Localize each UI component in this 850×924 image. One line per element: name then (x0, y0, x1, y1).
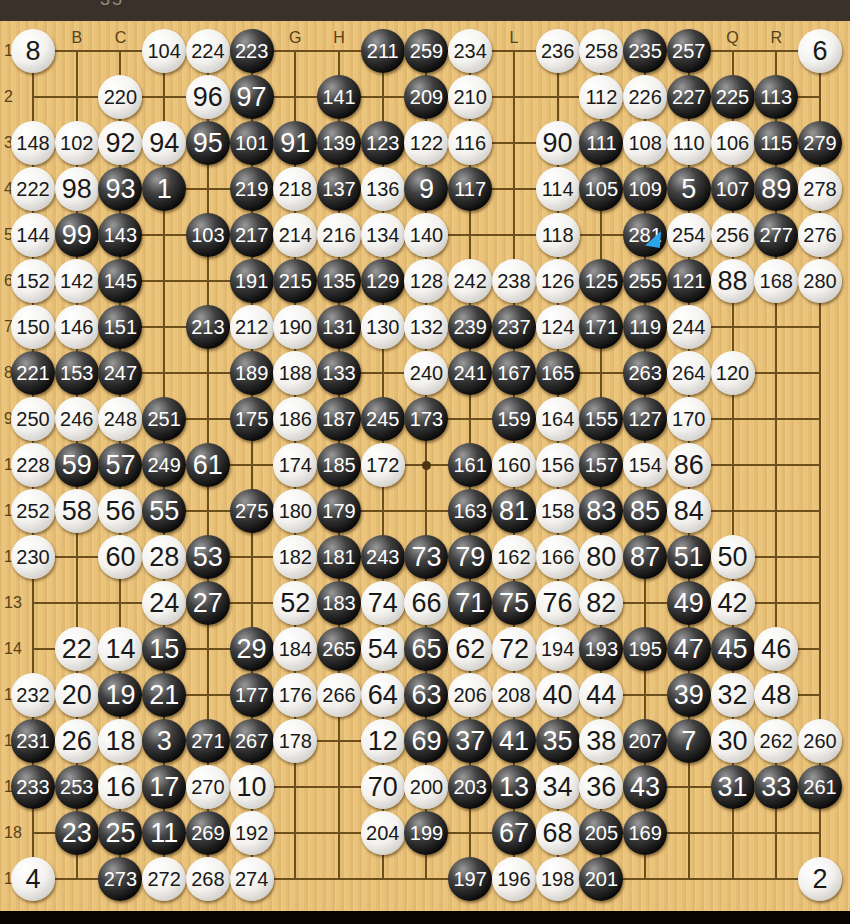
stone-black-153[interactable]: 153 (55, 351, 99, 395)
stone-white-268[interactable]: 268 (186, 857, 230, 901)
stone-white-270[interactable]: 270 (186, 765, 230, 809)
stone-black-55[interactable]: 55 (142, 489, 186, 533)
move-number: 18 (105, 728, 135, 755)
stone-black-237[interactable]: 237 (492, 305, 536, 349)
stone-black-81[interactable]: 81 (492, 489, 536, 533)
stone-white-206[interactable]: 206 (448, 673, 492, 717)
stone-white-16[interactable]: 16 (98, 765, 142, 809)
stone-black-279[interactable]: 279 (798, 121, 842, 165)
stone-black-31[interactable]: 31 (711, 765, 755, 809)
move-number: 4 (25, 866, 40, 893)
stone-black-139[interactable]: 139 (317, 121, 361, 165)
stone-black-255[interactable]: 255 (623, 259, 667, 303)
stone-black-57[interactable]: 57 (98, 443, 142, 487)
stone-white-184[interactable]: 184 (273, 627, 317, 671)
stone-white-88[interactable]: 88 (711, 259, 755, 303)
stone-black-177[interactable]: 177 (230, 673, 274, 717)
stone-white-150[interactable]: 150 (11, 305, 55, 349)
stone-black-253[interactable]: 253 (55, 765, 99, 809)
stone-black-185[interactable]: 185 (317, 443, 361, 487)
stone-black-249[interactable]: 249 (142, 443, 186, 487)
stone-white-114[interactable]: 114 (536, 167, 580, 211)
stone-black-213[interactable]: 213 (186, 305, 230, 349)
stone-black-277[interactable]: 277 (754, 213, 798, 257)
move-number: 37 (455, 728, 485, 755)
stone-white-222[interactable]: 222 (11, 167, 55, 211)
stone-white-108[interactable]: 108 (623, 121, 667, 165)
stone-white-216[interactable]: 216 (317, 213, 361, 257)
stone-white-74[interactable]: 74 (361, 581, 405, 625)
stone-black-183[interactable]: 183 (317, 581, 361, 625)
stone-white-142[interactable]: 142 (55, 259, 99, 303)
move-number: 74 (368, 590, 398, 617)
stone-white-220[interactable]: 220 (98, 75, 142, 119)
stone-white-194[interactable]: 194 (536, 627, 580, 671)
stone-black-151[interactable]: 151 (98, 305, 142, 349)
stone-white-58[interactable]: 58 (55, 489, 99, 533)
stone-black-107[interactable]: 107 (711, 167, 755, 211)
stone-white-12[interactable]: 12 (361, 719, 405, 763)
stone-white-72[interactable]: 72 (492, 627, 536, 671)
stone-white-110[interactable]: 110 (667, 121, 711, 165)
stone-white-254[interactable]: 254 (667, 213, 711, 257)
stone-black-5[interactable]: 5 (667, 167, 711, 211)
stone-white-178[interactable]: 178 (273, 719, 317, 763)
stone-black-205[interactable]: 205 (579, 811, 623, 855)
stone-black-11[interactable]: 11 (142, 811, 186, 855)
stone-white-44[interactable]: 44 (579, 673, 623, 717)
stone-white-168[interactable]: 168 (754, 259, 798, 303)
stone-black-25[interactable]: 25 (98, 811, 142, 855)
stone-white-192[interactable]: 192 (230, 811, 274, 855)
col-label-C: C (105, 29, 135, 47)
stone-black-29[interactable]: 29 (230, 627, 274, 671)
stone-white-200[interactable]: 200 (404, 765, 448, 809)
stone-white-174[interactable]: 174 (273, 443, 317, 487)
stone-black-119[interactable]: 119 (623, 305, 667, 349)
stone-black-47[interactable]: 47 (667, 627, 711, 671)
stone-black-13[interactable]: 13 (492, 765, 536, 809)
stone-black-159[interactable]: 159 (492, 397, 536, 441)
stone-black-21[interactable]: 21 (142, 673, 186, 717)
stone-white-278[interactable]: 278 (798, 167, 842, 211)
stone-black-155[interactable]: 155 (579, 397, 623, 441)
stone-black-9[interactable]: 9 (404, 167, 448, 211)
stone-black-89[interactable]: 89 (754, 167, 798, 211)
stone-black-41[interactable]: 41 (492, 719, 536, 763)
stone-black-209[interactable]: 209 (404, 75, 448, 119)
stone-black-261[interactable]: 261 (798, 765, 842, 809)
stone-black-23[interactable]: 23 (55, 811, 99, 855)
stone-white-160[interactable]: 160 (492, 443, 536, 487)
stone-black-65[interactable]: 65 (404, 627, 448, 671)
stone-white-218[interactable]: 218 (273, 167, 317, 211)
stone-black-125[interactable]: 125 (579, 259, 623, 303)
stone-white-208[interactable]: 208 (492, 673, 536, 717)
stone-white-256[interactable]: 256 (711, 213, 755, 257)
stone-white-276[interactable]: 276 (798, 213, 842, 257)
stone-black-165[interactable]: 165 (536, 351, 580, 395)
stone-white-32[interactable]: 32 (711, 673, 755, 717)
stone-black-219[interactable]: 219 (230, 167, 274, 211)
stone-white-214[interactable]: 214 (273, 213, 317, 257)
move-number: 270 (191, 777, 224, 797)
stone-white-252[interactable]: 252 (11, 489, 55, 533)
stone-black-275[interactable]: 275 (230, 489, 274, 533)
stone-black-163[interactable]: 163 (448, 489, 492, 533)
stone-black-61[interactable]: 61 (186, 443, 230, 487)
stone-black-75[interactable]: 75 (492, 581, 536, 625)
stone-white-130[interactable]: 130 (361, 305, 405, 349)
stone-white-92[interactable]: 92 (98, 121, 142, 165)
stone-white-196[interactable]: 196 (492, 857, 536, 901)
stone-white-30[interactable]: 30 (711, 719, 755, 763)
stone-white-98[interactable]: 98 (55, 167, 99, 211)
stone-black-191[interactable]: 191 (230, 259, 274, 303)
stone-white-64[interactable]: 64 (361, 673, 405, 717)
stone-black-127[interactable]: 127 (623, 397, 667, 441)
stone-white-226[interactable]: 226 (623, 75, 667, 119)
stone-black-135[interactable]: 135 (317, 259, 361, 303)
move-number: 62 (455, 636, 485, 663)
stone-black-131[interactable]: 131 (317, 305, 361, 349)
stone-black-217[interactable]: 217 (230, 213, 274, 257)
stone-white-232[interactable]: 232 (11, 673, 55, 717)
move-number: 3 (157, 728, 172, 755)
go-board[interactable]: ABCDEFGHIJKLMNOPQRS123456789101112131415… (0, 21, 850, 911)
stone-black-35[interactable]: 35 (536, 719, 580, 763)
stone-black-269[interactable]: 269 (186, 811, 230, 855)
stone-black-79[interactable]: 79 (448, 535, 492, 579)
stone-white-52[interactable]: 52 (273, 581, 317, 625)
bottom-bar (0, 911, 850, 924)
stone-black-137[interactable]: 137 (317, 167, 361, 211)
stone-white-70[interactable]: 70 (361, 765, 405, 809)
stone-white-10[interactable]: 10 (230, 765, 274, 809)
stone-white-248[interactable]: 248 (98, 397, 142, 441)
stone-white-238[interactable]: 238 (492, 259, 536, 303)
stone-white-54[interactable]: 54 (361, 627, 405, 671)
stone-white-152[interactable]: 152 (11, 259, 55, 303)
stone-white-4[interactable]: 4 (11, 857, 55, 901)
stone-white-158[interactable]: 158 (536, 489, 580, 533)
stone-white-272[interactable]: 272 (142, 857, 186, 901)
stone-white-172[interactable]: 172 (361, 443, 405, 487)
stone-white-204[interactable]: 204 (361, 811, 405, 855)
stone-white-82[interactable]: 82 (579, 581, 623, 625)
stone-black-247[interactable]: 247 (98, 351, 142, 395)
stone-white-176[interactable]: 176 (273, 673, 317, 717)
stone-white-274[interactable]: 274 (230, 857, 274, 901)
stone-black-133[interactable]: 133 (317, 351, 361, 395)
stone-white-210[interactable]: 210 (448, 75, 492, 119)
stone-black-181[interactable]: 181 (317, 535, 361, 579)
stone-black-27[interactable]: 27 (186, 581, 230, 625)
stone-black-273[interactable]: 273 (98, 857, 142, 901)
stone-white-156[interactable]: 156 (536, 443, 580, 487)
move-number: 35 (543, 728, 573, 755)
stone-black-129[interactable]: 129 (361, 259, 405, 303)
stone-white-134[interactable]: 134 (361, 213, 405, 257)
stone-black-169[interactable]: 169 (623, 811, 667, 855)
stone-black-51[interactable]: 51 (667, 535, 711, 579)
stone-black-101[interactable]: 101 (230, 121, 274, 165)
stone-white-6[interactable]: 6 (798, 29, 842, 73)
stone-black-49[interactable]: 49 (667, 581, 711, 625)
move-number: 266 (322, 685, 355, 705)
stone-white-132[interactable]: 132 (404, 305, 448, 349)
stone-black-39[interactable]: 39 (667, 673, 711, 717)
stone-white-26[interactable]: 26 (55, 719, 99, 763)
stone-black-179[interactable]: 179 (317, 489, 361, 533)
stone-black-195[interactable]: 195 (623, 627, 667, 671)
stone-white-42[interactable]: 42 (711, 581, 755, 625)
stone-white-34[interactable]: 34 (536, 765, 580, 809)
stone-white-212[interactable]: 212 (230, 305, 274, 349)
stone-white-86[interactable]: 86 (667, 443, 711, 487)
stone-black-37[interactable]: 37 (448, 719, 492, 763)
stone-white-20[interactable]: 20 (55, 673, 99, 717)
move-number: 25 (105, 820, 135, 847)
stone-black-19[interactable]: 19 (98, 673, 142, 717)
stone-black-201[interactable]: 201 (579, 857, 623, 901)
stone-black-17[interactable]: 17 (142, 765, 186, 809)
stone-black-233[interactable]: 233 (11, 765, 55, 809)
stone-white-154[interactable]: 154 (623, 443, 667, 487)
stone-white-250[interactable]: 250 (11, 397, 55, 441)
stone-white-122[interactable]: 122 (404, 121, 448, 165)
stone-black-161[interactable]: 161 (448, 443, 492, 487)
stone-black-95[interactable]: 95 (186, 121, 230, 165)
stone-black-145[interactable]: 145 (98, 259, 142, 303)
stone-black-227[interactable]: 227 (667, 75, 711, 119)
stone-black-117[interactable]: 117 (448, 167, 492, 211)
stone-white-106[interactable]: 106 (711, 121, 755, 165)
stone-black-3[interactable]: 3 (142, 719, 186, 763)
stone-white-60[interactable]: 60 (98, 535, 142, 579)
stone-black-7[interactable]: 7 (667, 719, 711, 763)
stone-white-80[interactable]: 80 (579, 535, 623, 579)
stone-black-235[interactable]: 235 (623, 29, 667, 73)
stone-white-258[interactable]: 258 (579, 29, 623, 73)
stone-black-281[interactable]: 281 (623, 213, 667, 257)
stone-black-103[interactable]: 103 (186, 213, 230, 257)
stone-black-203[interactable]: 203 (448, 765, 492, 809)
stone-white-198[interactable]: 198 (536, 857, 580, 901)
stone-white-146[interactable]: 146 (55, 305, 99, 349)
move-number: 254 (672, 225, 705, 245)
stone-white-40[interactable]: 40 (536, 673, 580, 717)
stone-black-1[interactable]: 1 (142, 167, 186, 211)
stone-black-171[interactable]: 171 (579, 305, 623, 349)
stone-white-112[interactable]: 112 (579, 75, 623, 119)
stone-white-228[interactable]: 228 (11, 443, 55, 487)
stone-white-144[interactable]: 144 (11, 213, 55, 257)
stone-white-50[interactable]: 50 (711, 535, 755, 579)
stone-white-68[interactable]: 68 (536, 811, 580, 855)
move-number: 198 (541, 869, 574, 889)
stone-white-102[interactable]: 102 (55, 121, 99, 165)
stone-black-93[interactable]: 93 (98, 167, 142, 211)
move-number: 48 (761, 682, 791, 709)
stone-white-140[interactable]: 140 (404, 213, 448, 257)
stone-black-267[interactable]: 267 (230, 719, 274, 763)
col-label-H: H (324, 29, 354, 47)
stone-black-43[interactable]: 43 (623, 765, 667, 809)
stone-black-263[interactable]: 263 (623, 351, 667, 395)
stone-black-225[interactable]: 225 (711, 75, 755, 119)
stone-black-123[interactable]: 123 (361, 121, 405, 165)
stone-black-243[interactable]: 243 (361, 535, 405, 579)
stone-white-236[interactable]: 236 (536, 29, 580, 73)
stone-black-105[interactable]: 105 (579, 167, 623, 211)
stone-black-91[interactable]: 91 (273, 121, 317, 165)
stone-black-53[interactable]: 53 (186, 535, 230, 579)
stone-black-215[interactable]: 215 (273, 259, 317, 303)
stone-black-271[interactable]: 271 (186, 719, 230, 763)
move-number: 129 (366, 271, 399, 291)
stone-black-143[interactable]: 143 (98, 213, 142, 257)
move-number: 1 (157, 176, 172, 203)
stone-white-2[interactable]: 2 (798, 857, 842, 901)
stone-white-96[interactable]: 96 (186, 75, 230, 119)
stone-white-128[interactable]: 128 (404, 259, 448, 303)
move-number: 240 (410, 363, 443, 383)
stone-white-66[interactable]: 66 (404, 581, 448, 625)
stone-black-73[interactable]: 73 (404, 535, 448, 579)
stone-white-164[interactable]: 164 (536, 397, 580, 441)
stone-white-230[interactable]: 230 (11, 535, 55, 579)
move-number: 82 (586, 590, 616, 617)
stone-white-162[interactable]: 162 (492, 535, 536, 579)
stone-black-141[interactable]: 141 (317, 75, 361, 119)
stone-black-265[interactable]: 265 (317, 627, 361, 671)
stone-white-166[interactable]: 166 (536, 535, 580, 579)
stone-white-180[interactable]: 180 (273, 489, 317, 533)
stone-white-242[interactable]: 242 (448, 259, 492, 303)
stone-white-188[interactable]: 188 (273, 351, 317, 395)
stone-black-83[interactable]: 83 (579, 489, 623, 533)
stone-black-221[interactable]: 221 (11, 351, 55, 395)
stone-black-97[interactable]: 97 (230, 75, 274, 119)
stone-white-118[interactable]: 118 (536, 213, 580, 257)
stone-white-94[interactable]: 94 (142, 121, 186, 165)
stone-white-260[interactable]: 260 (798, 719, 842, 763)
stone-black-85[interactable]: 85 (623, 489, 667, 533)
stone-white-116[interactable]: 116 (448, 121, 492, 165)
stone-white-190[interactable]: 190 (273, 305, 317, 349)
stone-white-148[interactable]: 148 (11, 121, 55, 165)
stone-black-231[interactable]: 231 (11, 719, 55, 763)
stone-white-46[interactable]: 46 (754, 627, 798, 671)
stone-black-187[interactable]: 187 (317, 397, 361, 441)
stone-black-189[interactable]: 189 (230, 351, 274, 395)
stone-white-126[interactable]: 126 (536, 259, 580, 303)
stone-black-199[interactable]: 199 (404, 811, 448, 855)
stone-white-182[interactable]: 182 (273, 535, 317, 579)
stone-white-62[interactable]: 62 (448, 627, 492, 671)
stone-white-56[interactable]: 56 (98, 489, 142, 533)
stone-white-170[interactable]: 170 (667, 397, 711, 441)
stone-black-99[interactable]: 99 (55, 213, 99, 257)
stone-white-24[interactable]: 24 (142, 581, 186, 625)
stone-black-257[interactable]: 257 (667, 29, 711, 73)
stone-black-69[interactable]: 69 (404, 719, 448, 763)
stone-white-186[interactable]: 186 (273, 397, 317, 441)
move-number: 126 (541, 271, 574, 291)
stone-white-76[interactable]: 76 (536, 581, 580, 625)
move-number: 45 (717, 636, 747, 663)
stone-white-22[interactable]: 22 (55, 627, 99, 671)
stone-white-90[interactable]: 90 (536, 121, 580, 165)
stone-black-175[interactable]: 175 (230, 397, 274, 441)
stone-black-59[interactable]: 59 (55, 443, 99, 487)
stone-black-33[interactable]: 33 (754, 765, 798, 809)
stone-white-120[interactable]: 120 (711, 351, 755, 395)
stone-white-266[interactable]: 266 (317, 673, 361, 717)
stone-white-28[interactable]: 28 (142, 535, 186, 579)
stone-black-109[interactable]: 109 (623, 167, 667, 211)
stone-white-48[interactable]: 48 (754, 673, 798, 717)
col-label-G: G (280, 29, 310, 47)
stone-white-246[interactable]: 246 (55, 397, 99, 441)
stone-white-124[interactable]: 124 (536, 305, 580, 349)
stone-black-245[interactable]: 245 (361, 397, 405, 441)
stone-black-157[interactable]: 157 (579, 443, 623, 487)
stone-white-38[interactable]: 38 (579, 719, 623, 763)
stone-black-87[interactable]: 87 (623, 535, 667, 579)
move-number: 241 (454, 363, 487, 383)
stone-white-8[interactable]: 8 (11, 29, 55, 73)
stone-black-223[interactable]: 223 (230, 29, 274, 73)
stone-black-121[interactable]: 121 (667, 259, 711, 303)
stone-black-111[interactable]: 111 (579, 121, 623, 165)
stone-black-193[interactable]: 193 (579, 627, 623, 671)
stone-white-36[interactable]: 36 (579, 765, 623, 809)
stone-black-197[interactable]: 197 (448, 857, 492, 901)
stone-white-224[interactable]: 224 (186, 29, 230, 73)
stone-black-45[interactable]: 45 (711, 627, 755, 671)
stone-white-262[interactable]: 262 (754, 719, 798, 763)
stone-black-15[interactable]: 15 (142, 627, 186, 671)
stone-white-240[interactable]: 240 (404, 351, 448, 395)
stone-black-67[interactable]: 67 (492, 811, 536, 855)
stone-black-71[interactable]: 71 (448, 581, 492, 625)
stone-white-104[interactable]: 104 (142, 29, 186, 73)
stone-black-63[interactable]: 63 (404, 673, 448, 717)
stone-black-211[interactable]: 211 (361, 29, 405, 73)
stone-white-264[interactable]: 264 (667, 351, 711, 395)
move-number: 261 (803, 777, 836, 797)
stone-white-280[interactable]: 280 (798, 259, 842, 303)
stone-black-115[interactable]: 115 (754, 121, 798, 165)
stone-white-136[interactable]: 136 (361, 167, 405, 211)
stone-black-241[interactable]: 241 (448, 351, 492, 395)
stone-white-234[interactable]: 234 (448, 29, 492, 73)
stone-black-113[interactable]: 113 (754, 75, 798, 119)
stone-black-251[interactable]: 251 (142, 397, 186, 441)
stone-black-239[interactable]: 239 (448, 305, 492, 349)
stone-black-167[interactable]: 167 (492, 351, 536, 395)
stone-white-244[interactable]: 244 (667, 305, 711, 349)
stone-white-18[interactable]: 18 (98, 719, 142, 763)
stone-black-259[interactable]: 259 (404, 29, 448, 73)
stone-black-173[interactable]: 173 (404, 397, 448, 441)
stone-white-14[interactable]: 14 (98, 627, 142, 671)
stone-black-207[interactable]: 207 (623, 719, 667, 763)
stone-white-84[interactable]: 84 (667, 489, 711, 533)
move-number: 89 (761, 176, 791, 203)
